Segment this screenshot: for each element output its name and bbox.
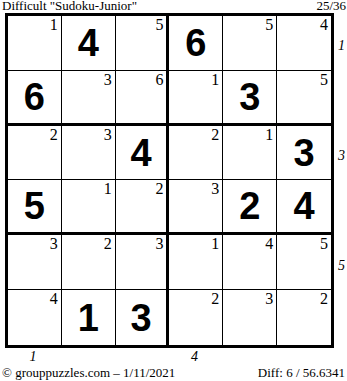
cell-r3c6[interactable]: 3 <box>277 126 331 181</box>
cell-corner-clue: 4 <box>320 17 328 33</box>
cell-r3c1[interactable]: 2 <box>8 126 62 181</box>
cell-r6c4[interactable]: 2 <box>169 290 223 345</box>
cell-corner-clue: 6 <box>155 72 163 88</box>
cell-corner-clue: 3 <box>155 236 163 252</box>
cell-corner-clue: 2 <box>211 291 219 307</box>
cell-r4c1[interactable]: 5 <box>8 180 62 235</box>
cell-r3c2[interactable]: 3 <box>62 126 116 181</box>
cell-r1c3[interactable]: 5 <box>116 16 170 71</box>
cell-digit: 4 <box>116 126 167 180</box>
cell-corner-clue: 1 <box>104 181 112 197</box>
cell-r1c1[interactable]: 1 <box>8 16 62 71</box>
cell-corner-clue: 3 <box>211 181 219 197</box>
cell-r6c2[interactable]: 1 <box>62 290 116 345</box>
cell-r4c2[interactable]: 1 <box>62 180 116 235</box>
sudoku-grid: 145654636135234213512324323145413232 <box>5 13 334 348</box>
row-label-1: 1 <box>338 38 345 54</box>
cell-r2c4[interactable]: 1 <box>169 71 223 126</box>
cell-r2c2[interactable]: 3 <box>62 71 116 126</box>
cell-corner-clue: 5 <box>320 236 328 252</box>
cell-r5c1[interactable]: 3 <box>8 235 62 290</box>
cell-r2c5[interactable]: 3 <box>223 71 277 126</box>
sudoku-junior-page: { "game": "sudoku-junior", "variant": "6… <box>0 0 347 381</box>
cell-digit: 5 <box>8 180 61 232</box>
cell-r6c6[interactable]: 2 <box>277 290 331 345</box>
cell-corner-clue: 4 <box>265 236 273 252</box>
cell-r5c5[interactable]: 4 <box>223 235 277 290</box>
cell-corner-clue: 1 <box>211 236 219 252</box>
cell-r4c5[interactable]: 2 <box>223 180 277 235</box>
cell-digit: 6 <box>169 16 222 70</box>
row-label-5: 5 <box>338 258 345 274</box>
cell-r6c3[interactable]: 3 <box>116 290 170 345</box>
cell-r6c1[interactable]: 4 <box>8 290 62 345</box>
cell-r6c5[interactable]: 3 <box>223 290 277 345</box>
cell-corner-clue: 3 <box>104 127 112 143</box>
cell-corner-clue: 2 <box>155 181 163 197</box>
cell-corner-clue: 3 <box>104 72 112 88</box>
footer: © grouppuzzles.com – 1/11/2021 Diff: 6 /… <box>2 365 345 380</box>
cell-digit: 3 <box>116 290 167 345</box>
cell-corner-clue: 5 <box>265 17 273 33</box>
cell-corner-clue: 3 <box>50 236 58 252</box>
cell-corner-clue: 2 <box>104 236 112 252</box>
clue-counter: 25/36 <box>316 0 346 13</box>
cell-r5c2[interactable]: 2 <box>62 235 116 290</box>
cell-digit: 6 <box>8 71 61 123</box>
puzzle-title: Difficult "Sudoku-Junior" <box>2 0 137 13</box>
cell-r4c6[interactable]: 4 <box>277 180 331 235</box>
cell-corner-clue: 5 <box>320 72 328 88</box>
row-label-3: 3 <box>338 148 345 164</box>
cell-r1c4[interactable]: 6 <box>169 16 223 71</box>
cell-corner-clue: 4 <box>50 291 58 307</box>
cell-corner-clue: 1 <box>50 17 58 33</box>
cell-digit: 4 <box>62 16 115 70</box>
cell-r1c6[interactable]: 4 <box>277 16 331 71</box>
cell-corner-clue: 2 <box>320 291 328 307</box>
cell-r2c6[interactable]: 5 <box>277 71 331 126</box>
cell-corner-clue: 2 <box>211 127 219 143</box>
cell-corner-clue: 5 <box>155 17 163 33</box>
cell-r5c6[interactable]: 5 <box>277 235 331 290</box>
cell-corner-clue: 1 <box>211 72 219 88</box>
cell-corner-clue: 2 <box>50 127 58 143</box>
cell-digit: 3 <box>277 126 331 180</box>
cell-r5c3[interactable]: 3 <box>116 235 170 290</box>
cell-digit: 4 <box>277 180 331 232</box>
cell-digit: 2 <box>223 180 276 232</box>
cell-r1c2[interactable]: 4 <box>62 16 116 71</box>
cell-r1c5[interactable]: 5 <box>223 16 277 71</box>
cell-r3c5[interactable]: 1 <box>223 126 277 181</box>
col-label-1: 1 <box>29 350 36 364</box>
cell-r3c3[interactable]: 4 <box>116 126 170 181</box>
copyright-text: © grouppuzzles.com – 1/11/2021 <box>2 365 175 380</box>
cell-digit: 3 <box>223 71 276 123</box>
cell-r2c3[interactable]: 6 <box>116 71 170 126</box>
cell-digit: 1 <box>62 290 115 345</box>
cell-r3c4[interactable]: 2 <box>169 126 223 181</box>
cell-r4c4[interactable]: 3 <box>169 180 223 235</box>
col-label-4: 4 <box>191 350 198 364</box>
cell-r2c1[interactable]: 6 <box>8 71 62 126</box>
difficulty-text: Diff: 6 / 56.6341 <box>258 365 345 380</box>
cell-corner-clue: 1 <box>265 127 273 143</box>
cell-corner-clue: 3 <box>265 291 273 307</box>
cell-r5c4[interactable]: 1 <box>169 235 223 290</box>
cell-r4c3[interactable]: 2 <box>116 180 170 235</box>
header: Difficult "Sudoku-Junior" 25/36 <box>2 0 346 13</box>
